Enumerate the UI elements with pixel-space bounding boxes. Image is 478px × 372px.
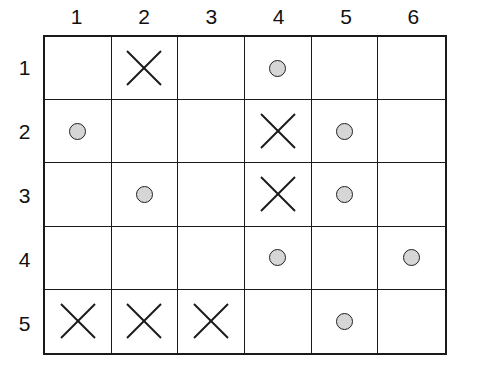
grid-cell-r4c6[interactable] [378,227,445,290]
grid-cell-r5c2[interactable] [112,290,179,353]
x-mark-icon [259,175,297,213]
grid-cell-r4c4[interactable] [245,227,312,290]
grid-cell-r5c6[interactable] [378,290,445,353]
grid-cell-r4c3[interactable] [178,227,245,290]
o-mark-icon [336,313,353,330]
o-mark-icon [336,186,353,203]
grid-cell-r1c5[interactable] [312,37,379,100]
grid-cell-r5c1[interactable] [45,290,112,353]
x-mark-icon [59,302,97,340]
o-mark-icon [136,186,153,203]
grid-cell-r3c6[interactable] [378,163,445,226]
x-mark-icon [259,112,297,150]
grid-cell-r4c1[interactable] [45,227,112,290]
grid-cell-r3c2[interactable] [112,163,179,226]
row-label: 5 [6,291,43,355]
grid-cell-r3c1[interactable] [45,163,112,226]
column-label: 5 [312,0,379,33]
grid-cell-r1c3[interactable] [178,37,245,100]
column-label: 3 [178,0,245,33]
puzzle-stage: 123456 12345 [0,0,478,372]
grid-cell-r2c4[interactable] [245,100,312,163]
grid-cell-r2c6[interactable] [378,100,445,163]
column-label: 6 [380,0,447,33]
grid-cell-r1c2[interactable] [112,37,179,100]
column-label: 2 [110,0,177,33]
grid-cell-r1c1[interactable] [45,37,112,100]
column-label: 4 [245,0,312,33]
x-mark-icon [125,302,163,340]
grid-cell-r5c5[interactable] [312,290,379,353]
grid-cell-r4c5[interactable] [312,227,379,290]
grid-cell-r3c5[interactable] [312,163,379,226]
o-mark-icon [69,123,86,140]
grid-cell-r4c2[interactable] [112,227,179,290]
grid-cell-r2c1[interactable] [45,100,112,163]
x-mark-icon [192,302,230,340]
grid-cell-r2c2[interactable] [112,100,179,163]
row-label: 2 [6,99,43,163]
column-label: 1 [43,0,110,33]
grid-cell-r5c4[interactable] [245,290,312,353]
grid-cell-r3c4[interactable] [245,163,312,226]
o-mark-icon [336,123,353,140]
row-label: 3 [6,163,43,227]
grid-cell-r2c5[interactable] [312,100,379,163]
grid-cell-r2c3[interactable] [178,100,245,163]
row-labels: 12345 [6,35,43,355]
o-mark-icon [269,60,286,77]
grid-cell-r1c4[interactable] [245,37,312,100]
column-labels: 123456 [43,0,447,33]
puzzle-grid [43,35,447,355]
grid-cell-r1c6[interactable] [378,37,445,100]
row-label: 1 [6,35,43,99]
x-mark-icon [125,49,163,87]
grid-cell-r3c3[interactable] [178,163,245,226]
grid-cell-r5c3[interactable] [178,290,245,353]
o-mark-icon [403,249,420,266]
o-mark-icon [269,249,286,266]
row-label: 4 [6,227,43,291]
